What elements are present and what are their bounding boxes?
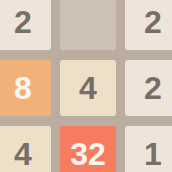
tile-2: 2 — [125, 60, 172, 116]
tile-1: 1 — [125, 126, 172, 172]
tile-4: 4 — [60, 60, 116, 116]
board-2048[interactable]: 228424321 — [0, 0, 172, 172]
tile-32: 32 — [60, 126, 116, 172]
empty-cell — [60, 0, 116, 50]
tile-8: 8 — [0, 60, 51, 116]
tile-2: 2 — [0, 0, 51, 50]
tile-2: 2 — [125, 0, 172, 50]
tile-4: 4 — [0, 126, 51, 172]
